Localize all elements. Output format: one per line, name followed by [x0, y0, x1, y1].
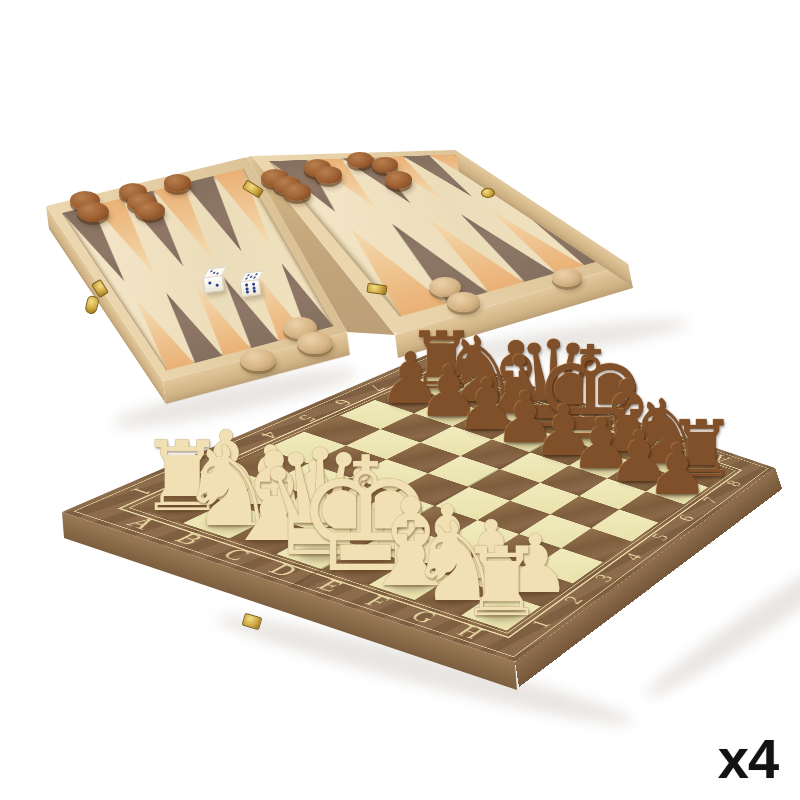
die-pip: [245, 277, 248, 279]
latch-knob-icon: [481, 188, 495, 198]
die-pip: [216, 272, 219, 274]
chess-piece-black-pawn: ♟: [646, 435, 709, 505]
backgammon-checker-brown: [135, 201, 165, 220]
die-front-face: [203, 275, 225, 293]
backgammon-checker-light: [552, 268, 582, 287]
backgammon-checker-light: [447, 292, 480, 313]
die-icon: [202, 267, 227, 294]
backgammon-checker-light: [240, 349, 276, 372]
backgammon-checker-brown: [385, 171, 412, 188]
die-front-face: [240, 279, 262, 297]
quantity-badge: x4: [698, 726, 798, 791]
die-pip: [215, 284, 218, 287]
clasp-hasp-icon: [84, 295, 100, 315]
die-pip: [252, 289, 255, 292]
backgammon-checker-light: [297, 332, 333, 355]
backgammon-checker-brown: [283, 183, 312, 201]
die-pip: [246, 290, 249, 293]
die-icon: [239, 271, 264, 298]
die-pip: [253, 276, 256, 278]
die-pip: [208, 281, 211, 284]
backgammon-checker-brown: [164, 174, 191, 191]
product-photo: x4 AABBCCDDEEFFGGHH1122334455667788♜♞♝♛♚…: [0, 0, 800, 800]
chess-piece-white-rook: ♜: [459, 535, 544, 630]
backgammon-checker-brown: [77, 202, 109, 222]
backgammon-checker-brown: [347, 152, 373, 168]
backgammon-checker-brown: [315, 166, 342, 183]
